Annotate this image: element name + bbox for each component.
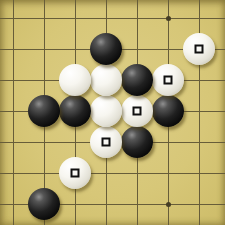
white-stone-marked: ○	[90, 126, 122, 158]
grid-line-vertical	[13, 0, 14, 225]
black-stone-glyph: ●	[125, 64, 149, 96]
black-stone: ●	[121, 64, 153, 96]
white-stone-marked: ○	[183, 33, 215, 65]
black-stone-glyph: ●	[32, 188, 56, 220]
star-point	[166, 202, 171, 207]
white-stone: ○	[59, 64, 91, 96]
white-stone-marked: ○	[59, 157, 91, 189]
grid-line-horizontal	[0, 173, 225, 174]
white-stone-marked: ○	[152, 64, 184, 96]
black-stone: ●	[121, 126, 153, 158]
black-stone-glyph: ●	[125, 126, 149, 158]
star-point	[166, 16, 171, 21]
black-stone-glyph: ●	[63, 95, 87, 127]
white-stone: ○	[90, 64, 122, 96]
square-marker-icon	[102, 138, 111, 147]
screenshot: ●○○○●○●●○○●○●○●	[0, 0, 225, 225]
black-stone: ●	[152, 95, 184, 127]
square-marker-icon	[164, 76, 173, 85]
go-board[interactable]: ●○○○●○●●○○●○●○●	[0, 0, 225, 225]
black-stone: ●	[90, 33, 122, 65]
black-stone: ●	[28, 95, 60, 127]
white-stone-glyph: ○	[94, 64, 118, 96]
square-marker-icon	[133, 107, 142, 116]
black-stone-glyph: ●	[156, 95, 180, 127]
square-marker-icon	[71, 169, 80, 178]
black-stone: ●	[59, 95, 91, 127]
white-stone-marked: ○	[121, 95, 153, 127]
black-stone: ●	[28, 188, 60, 220]
white-stone-glyph: ○	[94, 95, 118, 127]
white-stone-glyph: ○	[63, 64, 87, 96]
grid-line-horizontal	[0, 18, 225, 19]
square-marker-icon	[195, 45, 204, 54]
white-stone: ○	[90, 95, 122, 127]
black-stone-glyph: ●	[32, 95, 56, 127]
black-stone-glyph: ●	[94, 33, 118, 65]
